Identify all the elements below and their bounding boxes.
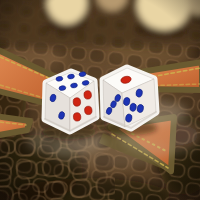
right-die (103, 68, 156, 128)
vignette (0, 0, 200, 200)
photo-backgammon-dice (0, 0, 200, 200)
board-photo (0, 0, 200, 200)
left-die (45, 71, 96, 131)
